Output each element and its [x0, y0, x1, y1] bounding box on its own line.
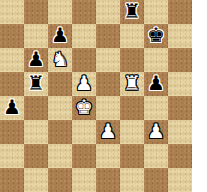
- square-f7[interactable]: [120, 24, 144, 48]
- black-rook[interactable]: ♜: [123, 0, 141, 23]
- square-e8[interactable]: [96, 0, 120, 24]
- square-b3[interactable]: [24, 120, 48, 144]
- square-c6[interactable]: ♞: [48, 48, 72, 72]
- square-f6[interactable]: [120, 48, 144, 72]
- black-pawn[interactable]: ♟: [147, 72, 165, 95]
- square-d5[interactable]: ♟: [72, 72, 96, 96]
- square-d7[interactable]: [72, 24, 96, 48]
- square-b4[interactable]: [24, 96, 48, 120]
- square-e4[interactable]: [96, 96, 120, 120]
- square-d2[interactable]: [72, 144, 96, 168]
- square-c7[interactable]: ♟: [48, 24, 72, 48]
- square-e7[interactable]: [96, 24, 120, 48]
- square-c3[interactable]: [48, 120, 72, 144]
- square-h3[interactable]: [168, 120, 192, 144]
- square-a5[interactable]: [0, 72, 24, 96]
- square-g1[interactable]: [144, 168, 168, 192]
- square-c8[interactable]: [48, 0, 72, 24]
- chess-app-window: ♜♟♚♟♞♜♟♜♟♟♚♟♟: [0, 0, 207, 192]
- square-c2[interactable]: [48, 144, 72, 168]
- black-pawn[interactable]: ♟: [51, 24, 69, 47]
- square-c1[interactable]: [48, 168, 72, 192]
- square-a1[interactable]: [0, 168, 24, 192]
- square-a8[interactable]: [0, 0, 24, 24]
- white-king[interactable]: ♚: [75, 96, 93, 119]
- square-f5[interactable]: ♜: [120, 72, 144, 96]
- square-g3[interactable]: ♟: [144, 120, 168, 144]
- white-pawn[interactable]: ♟: [99, 120, 117, 143]
- square-a4[interactable]: ♟: [0, 96, 24, 120]
- square-a6[interactable]: [0, 48, 24, 72]
- square-d4[interactable]: ♚: [72, 96, 96, 120]
- square-a7[interactable]: [0, 24, 24, 48]
- square-d6[interactable]: [72, 48, 96, 72]
- square-g2[interactable]: [144, 144, 168, 168]
- square-f4[interactable]: [120, 96, 144, 120]
- square-b7[interactable]: [24, 24, 48, 48]
- square-h4[interactable]: [168, 96, 192, 120]
- square-d3[interactable]: [72, 120, 96, 144]
- square-d1[interactable]: [72, 168, 96, 192]
- square-g5[interactable]: ♟: [144, 72, 168, 96]
- square-h7[interactable]: [168, 24, 192, 48]
- page-background-strip: [192, 0, 207, 192]
- white-rook[interactable]: ♜: [123, 72, 141, 95]
- black-pawn[interactable]: ♟: [27, 48, 45, 71]
- square-h5[interactable]: [168, 72, 192, 96]
- chess-board: ♜♟♚♟♞♜♟♜♟♟♚♟♟: [0, 0, 192, 192]
- white-knight[interactable]: ♞: [51, 48, 69, 71]
- square-h6[interactable]: [168, 48, 192, 72]
- square-d8[interactable]: [72, 0, 96, 24]
- square-f2[interactable]: [120, 144, 144, 168]
- square-c4[interactable]: [48, 96, 72, 120]
- square-b5[interactable]: ♜: [24, 72, 48, 96]
- square-e2[interactable]: [96, 144, 120, 168]
- square-b2[interactable]: [24, 144, 48, 168]
- square-h2[interactable]: [168, 144, 192, 168]
- square-b6[interactable]: ♟: [24, 48, 48, 72]
- square-c5[interactable]: [48, 72, 72, 96]
- white-pawn[interactable]: ♟: [147, 120, 165, 143]
- black-rook[interactable]: ♜: [27, 72, 45, 95]
- square-b1[interactable]: [24, 168, 48, 192]
- square-f3[interactable]: [120, 120, 144, 144]
- white-pawn[interactable]: ♟: [75, 72, 93, 95]
- square-e6[interactable]: [96, 48, 120, 72]
- square-g8[interactable]: [144, 0, 168, 24]
- square-a2[interactable]: [0, 144, 24, 168]
- square-g7[interactable]: ♚: [144, 24, 168, 48]
- square-a3[interactable]: [0, 120, 24, 144]
- square-b8[interactable]: [24, 0, 48, 24]
- square-h8[interactable]: [168, 0, 192, 24]
- square-f8[interactable]: ♜: [120, 0, 144, 24]
- square-g6[interactable]: [144, 48, 168, 72]
- square-e3[interactable]: ♟: [96, 120, 120, 144]
- square-e1[interactable]: [96, 168, 120, 192]
- square-h1[interactable]: [168, 168, 192, 192]
- square-g4[interactable]: [144, 96, 168, 120]
- square-f1[interactable]: [120, 168, 144, 192]
- square-e5[interactable]: [96, 72, 120, 96]
- black-pawn[interactable]: ♟: [3, 96, 21, 119]
- black-king[interactable]: ♚: [147, 24, 165, 47]
